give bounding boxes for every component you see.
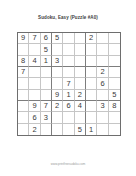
sudoku-cell-r6c2[interactable] bbox=[29, 90, 40, 101]
sudoku-cell-r8c6[interactable] bbox=[75, 112, 86, 123]
sudoku-cell-r1c6[interactable] bbox=[75, 33, 86, 44]
sudoku-cell-r8c9[interactable] bbox=[109, 112, 120, 123]
sudoku-cell-r2c4[interactable] bbox=[52, 44, 63, 55]
sudoku-cell-r5c7[interactable] bbox=[86, 78, 97, 89]
sudoku-cell-r5c6[interactable] bbox=[75, 78, 86, 89]
sudoku-cell-r7c8[interactable]: 3 bbox=[97, 101, 108, 112]
sudoku-cell-r3c6[interactable] bbox=[75, 56, 86, 67]
sudoku-cell-r2c5[interactable] bbox=[63, 44, 74, 55]
sudoku-cell-r1c2[interactable]: 7 bbox=[29, 33, 40, 44]
sudoku-cell-r7c5[interactable]: 6 bbox=[63, 101, 74, 112]
sudoku-cell-r3c4[interactable]: 3 bbox=[52, 56, 63, 67]
sudoku-cell-r5c1[interactable] bbox=[18, 78, 29, 89]
sudoku-cell-r1c9[interactable] bbox=[109, 33, 120, 44]
sudoku-cell-r5c9[interactable] bbox=[109, 78, 120, 89]
sudoku-cell-r6c4[interactable]: 9 bbox=[52, 90, 63, 101]
sudoku-cell-r9c8[interactable] bbox=[97, 124, 108, 135]
sudoku-cell-r2c2[interactable] bbox=[29, 44, 40, 55]
sudoku-cell-r6c9[interactable]: 5 bbox=[109, 90, 120, 101]
sudoku-cell-r3c9[interactable] bbox=[109, 56, 120, 67]
sudoku-cell-r7c2[interactable]: 9 bbox=[29, 101, 40, 112]
sudoku-cell-r2c8[interactable] bbox=[97, 44, 108, 55]
sudoku-cell-r1c1[interactable]: 9 bbox=[18, 33, 29, 44]
sudoku-cell-r4c3[interactable] bbox=[41, 67, 52, 78]
sudoku-cell-r3c3[interactable]: 1 bbox=[41, 56, 52, 67]
sudoku-cell-r8c4[interactable] bbox=[52, 112, 63, 123]
sudoku-cell-r2c9[interactable] bbox=[109, 44, 120, 55]
sudoku-cell-r6c3[interactable] bbox=[41, 90, 52, 101]
sudoku-cell-r8c2[interactable]: 6 bbox=[29, 112, 40, 123]
sudoku-cell-r2c3[interactable]: 5 bbox=[41, 44, 52, 55]
footer-url: www.printfreesudoku.com bbox=[0, 162, 136, 166]
sudoku-cell-r1c7[interactable]: 2 bbox=[86, 33, 97, 44]
sudoku-cell-r2c6[interactable] bbox=[75, 44, 86, 55]
sudoku-cell-r9c9[interactable] bbox=[109, 124, 120, 135]
sudoku-cell-r3c8[interactable] bbox=[97, 56, 108, 67]
sudoku-cell-r7c4[interactable]: 2 bbox=[52, 101, 63, 112]
sudoku-cell-r9c1[interactable] bbox=[18, 124, 29, 135]
sudoku-cell-r6c1[interactable] bbox=[18, 90, 29, 101]
sudoku-cell-r3c2[interactable]: 4 bbox=[29, 56, 40, 67]
sudoku-cell-r1c5[interactable] bbox=[63, 33, 74, 44]
sudoku-cell-r9c4[interactable] bbox=[52, 124, 63, 135]
sudoku-cell-r7c9[interactable]: 8 bbox=[109, 101, 120, 112]
sudoku-cell-r1c4[interactable]: 5 bbox=[52, 33, 63, 44]
sudoku-cell-r8c1[interactable] bbox=[18, 112, 29, 123]
sudoku-cell-r2c7[interactable] bbox=[86, 44, 97, 55]
sudoku-cell-r4c6[interactable] bbox=[75, 67, 86, 78]
sudoku-cell-r2c1[interactable] bbox=[18, 44, 29, 55]
sudoku-cell-r4c4[interactable] bbox=[52, 67, 63, 78]
sudoku-cell-r8c8[interactable] bbox=[97, 112, 108, 123]
sudoku-cell-r4c9[interactable] bbox=[109, 67, 120, 78]
sudoku-cell-r4c5[interactable] bbox=[63, 67, 74, 78]
sudoku-cell-r9c5[interactable] bbox=[63, 124, 74, 135]
sudoku-cell-r1c3[interactable]: 6 bbox=[41, 33, 52, 44]
sudoku-cell-r1c8[interactable] bbox=[97, 33, 108, 44]
sudoku-cell-r5c5[interactable]: 7 bbox=[63, 78, 74, 89]
sudoku-board: 976525841372769125972643863251 bbox=[17, 32, 121, 136]
sudoku-cell-r6c5[interactable]: 1 bbox=[63, 90, 74, 101]
sudoku-cell-r5c4[interactable] bbox=[52, 78, 63, 89]
sudoku-cell-r9c6[interactable]: 5 bbox=[75, 124, 86, 135]
sudoku-cell-r6c6[interactable]: 2 bbox=[75, 90, 86, 101]
sudoku-cell-r9c3[interactable] bbox=[41, 124, 52, 135]
sudoku-cell-r8c3[interactable]: 3 bbox=[41, 112, 52, 123]
sudoku-cell-r5c8[interactable]: 6 bbox=[97, 78, 108, 89]
sudoku-cell-r4c1[interactable]: 7 bbox=[18, 67, 29, 78]
sudoku-cell-r5c2[interactable] bbox=[29, 78, 40, 89]
sudoku-cell-r4c7[interactable] bbox=[86, 67, 97, 78]
sudoku-cell-r6c8[interactable] bbox=[97, 90, 108, 101]
sudoku-cell-r8c7[interactable] bbox=[86, 112, 97, 123]
sudoku-cell-r4c8[interactable]: 2 bbox=[97, 67, 108, 78]
sudoku-cell-r9c7[interactable]: 1 bbox=[86, 124, 97, 135]
page-title: Sudoku, Easy (Puzzle #A0) bbox=[0, 15, 136, 20]
sudoku-cell-r3c5[interactable] bbox=[63, 56, 74, 67]
sudoku-cell-r5c3[interactable] bbox=[41, 78, 52, 89]
sudoku-cell-r7c1[interactable] bbox=[18, 101, 29, 112]
sudoku-cell-r8c5[interactable] bbox=[63, 112, 74, 123]
sudoku-cell-r7c6[interactable]: 4 bbox=[75, 101, 86, 112]
sudoku-cell-r4c2[interactable] bbox=[29, 67, 40, 78]
sudoku-cell-r3c7[interactable] bbox=[86, 56, 97, 67]
sudoku-cell-r7c7[interactable] bbox=[86, 101, 97, 112]
sudoku-cell-r6c7[interactable] bbox=[86, 90, 97, 101]
sudoku-cell-r3c1[interactable]: 8 bbox=[18, 56, 29, 67]
sudoku-cell-r9c2[interactable]: 2 bbox=[29, 124, 40, 135]
sudoku-cell-r7c3[interactable]: 7 bbox=[41, 101, 52, 112]
